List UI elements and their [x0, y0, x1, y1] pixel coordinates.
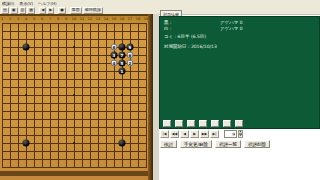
- white-captures: アゲハマ 0: [220, 26, 243, 31]
- black-stone[interactable]: [119, 44, 126, 51]
- black-stone[interactable]: [119, 140, 126, 147]
- komi-line: コミ : 6目半 (6.5目): [164, 34, 206, 39]
- kifu-list-button[interactable]: 棋譜一覧: [215, 140, 241, 148]
- star-point: [121, 94, 123, 96]
- next-move-icon[interactable]: ▶: [47, 7, 54, 14]
- board-shadow: [0, 176, 153, 180]
- col-label-12: 12: [88, 17, 92, 21]
- col-label-9: 9: [65, 17, 67, 21]
- white-player-line: 白 : アゲハマ 0: [164, 26, 171, 31]
- kifu-delete-button[interactable]: 棋譜削除: [244, 140, 270, 148]
- col-label-4: 4: [25, 17, 27, 21]
- black-stone-move-1[interactable]: 1: [119, 68, 126, 75]
- white-stone-move-6[interactable]: 6: [127, 52, 134, 59]
- col-label-2: 2: [9, 17, 11, 21]
- menu-item-2[interactable]: 表示(V): [19, 1, 33, 6]
- black-stone[interactable]: [23, 44, 30, 51]
- col-label-17: 17: [128, 17, 132, 21]
- game-info-panel: 黒 : アゲハマ 0 白 : アゲハマ 0 コミ : 6目半 (6.5目) 対局…: [159, 16, 320, 129]
- nav-forward10-button[interactable]: ▶▶: [200, 130, 209, 138]
- col-label-11: 11: [80, 17, 84, 21]
- nav-back10-button[interactable]: ◀◀: [170, 130, 179, 138]
- col-label-3: 3: [17, 17, 19, 21]
- review-button[interactable]: 検討: [160, 140, 177, 148]
- board-column-labels: 12345678910111213141516171819: [0, 16, 148, 22]
- col-label-1: 1: [1, 17, 3, 21]
- mark-button-7[interactable]: [235, 120, 243, 127]
- action-buttons: 検討手変更/解除棋譜一覧棋譜削除: [160, 140, 270, 148]
- col-label-5: 5: [33, 17, 35, 21]
- col-label-6: 6: [41, 17, 43, 21]
- black-player-line: 黒 : アゲハマ 0: [164, 20, 171, 25]
- move-spinner: ▲▼: [238, 130, 243, 138]
- mark-button-1[interactable]: [163, 120, 171, 127]
- white-player-label: 白 :: [164, 26, 171, 31]
- save-kifu-icon[interactable]: ▥: [19, 7, 27, 14]
- prev-move-icon[interactable]: ◀: [39, 7, 46, 14]
- kifu-manage-button[interactable]: 整理棋譜: [83, 7, 103, 14]
- black-stone-move-7[interactable]: 7: [119, 52, 126, 59]
- toolbar-separator: [36, 7, 38, 14]
- col-label-18: 18: [136, 17, 140, 21]
- col-label-15: 15: [112, 17, 116, 21]
- star-point: [25, 94, 27, 96]
- open-kifu-icon[interactable]: ▣: [10, 7, 18, 14]
- col-label-7: 7: [49, 17, 51, 21]
- mark-button-2[interactable]: [175, 120, 183, 127]
- black-stone[interactable]: [23, 140, 30, 147]
- star-point: [73, 94, 75, 96]
- black-stone-move-9[interactable]: 9: [127, 44, 134, 51]
- menu-item-1[interactable]: 棋譜(I): [2, 1, 14, 6]
- mark-button-6[interactable]: [223, 120, 231, 127]
- go-board[interactable]: 12345678910111213141516171819 123456789: [0, 14, 153, 180]
- move-navigation: |◀◀◀◀▶▶▶▶|9▲▼: [160, 130, 243, 138]
- toolbar-separator: [67, 7, 69, 14]
- mark-button-row: [163, 120, 243, 127]
- print-kifu-icon[interactable]: ▦: [27, 7, 35, 14]
- edit-moves-button[interactable]: 手変更/解除: [180, 140, 212, 148]
- black-player-label: 黒 :: [164, 20, 171, 25]
- toolbar-separator: [55, 7, 57, 14]
- nav-first-button[interactable]: |◀: [160, 130, 169, 138]
- mark-button-5[interactable]: [211, 120, 219, 127]
- start-date-line: 対局開始日 : 2016/10/13: [164, 44, 217, 49]
- move-number-field[interactable]: 9: [224, 130, 237, 138]
- star-point: [73, 46, 75, 48]
- star-point: [73, 142, 75, 144]
- black-captures: アゲハマ 0: [220, 20, 243, 25]
- stone-tool-icon[interactable]: ●: [58, 7, 66, 14]
- nav-back-button[interactable]: ◀: [180, 130, 189, 138]
- black-stone-move-3[interactable]: 3: [111, 52, 118, 59]
- new-kifu-icon[interactable]: ▤: [1, 7, 9, 14]
- menu-item-3[interactable]: ヘルプ(H): [38, 1, 56, 6]
- white-stone-move-4[interactable]: 4: [111, 60, 118, 67]
- mark-button-3[interactable]: [187, 120, 195, 127]
- col-label-16: 16: [120, 17, 124, 21]
- white-stone-move-8[interactable]: 8: [111, 44, 118, 51]
- nav-last-button[interactable]: ▶|: [210, 130, 219, 138]
- white-stone-move-2[interactable]: 2: [127, 60, 134, 67]
- col-label-10: 10: [72, 17, 76, 21]
- nav-forward-button[interactable]: ▶: [190, 130, 199, 138]
- board-view-button[interactable]: 盤面: [70, 7, 82, 14]
- col-label-8: 8: [57, 17, 59, 21]
- mark-button-4[interactable]: [199, 120, 207, 127]
- col-label-13: 13: [96, 17, 100, 21]
- spin-down-icon[interactable]: ▼: [238, 134, 243, 138]
- col-label-14: 14: [104, 17, 108, 21]
- black-stone-move-5[interactable]: 5: [119, 60, 126, 67]
